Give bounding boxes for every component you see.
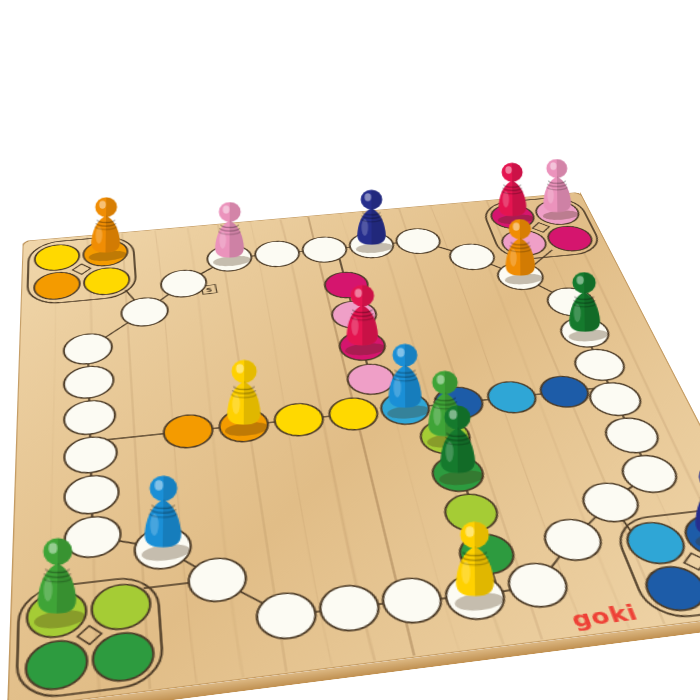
pawn-shape (434, 405, 482, 476)
pawn-navy-1[interactable] (352, 189, 391, 247)
pawn-shape (341, 284, 384, 348)
pawn-shape (563, 272, 606, 335)
pawn-pink-2[interactable] (210, 202, 250, 260)
pawn-red-2[interactable] (341, 284, 384, 348)
board-graphic: Sebastian Schröder Sgoki (7, 192, 700, 700)
pawn-shape (538, 159, 577, 215)
pawn-orange-1[interactable] (86, 197, 126, 255)
photo-stage: Sebastian Schröder Sgoki (0, 0, 700, 700)
pawn-pink-1[interactable] (538, 159, 577, 215)
pawn-shape (687, 464, 700, 539)
pawn-yellow-1[interactable] (221, 359, 267, 427)
pawn-shape (221, 359, 267, 427)
pawn-yellow-2[interactable] (449, 521, 502, 599)
pawn-shape (138, 475, 189, 550)
pawn-shape (210, 202, 250, 260)
pawn-darkgreen-2[interactable] (563, 272, 606, 335)
pawn-navy-2[interactable] (687, 464, 700, 539)
pawn-shape (30, 537, 84, 616)
pawn-shape (449, 521, 502, 599)
pawn-lightgreen-2[interactable] (30, 537, 84, 616)
pawn-shape (493, 162, 532, 218)
pawn-shape (86, 197, 126, 255)
pawn-orange-2[interactable] (500, 219, 541, 278)
pawn-shape (500, 219, 541, 278)
pawn-shape (352, 189, 391, 247)
pawn-red-1[interactable] (493, 162, 532, 218)
pawn-darkgreen-1[interactable] (434, 405, 482, 476)
pawn-blue-2[interactable] (138, 475, 189, 550)
ludo-board: Sebastian Schröder Sgoki (7, 192, 700, 700)
board-face: Sebastian Schröder Sgoki (7, 192, 700, 700)
